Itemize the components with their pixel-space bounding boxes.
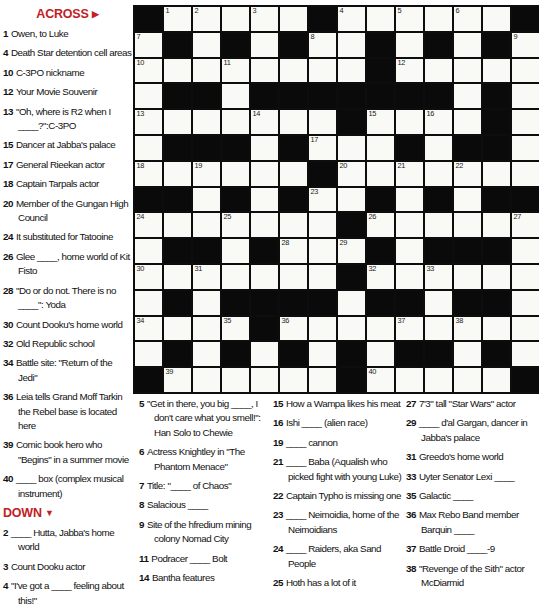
grid-cell[interactable] (309, 59, 336, 83)
grid-cell[interactable]: 8 (309, 33, 336, 57)
grid-cell[interactable] (251, 265, 278, 289)
clue-text: Count Dooku's home world (16, 319, 123, 330)
grid-cell[interactable] (367, 162, 394, 186)
grid-cell[interactable] (454, 59, 481, 83)
clue-text: Salacious ____ (147, 499, 208, 510)
cell-number: 4 (340, 7, 344, 15)
grid-cell-black (454, 291, 481, 315)
clue-text: ____ Hutta, Jabba's home world (11, 527, 114, 552)
grid-cell[interactable]: 24 (135, 213, 162, 237)
clue-28-across: 28"Do or do not. There is no ____": Yoda (3, 284, 132, 313)
grid-cell[interactable]: 9 (512, 33, 539, 57)
clue-17-across: 17General Rieekan actor (3, 158, 132, 172)
grid-cell-black (367, 59, 394, 83)
grid-cell[interactable] (483, 59, 510, 83)
grid-cell[interactable]: 39 (164, 368, 191, 392)
clue-number: 39 (3, 439, 13, 450)
grid-cell[interactable] (367, 7, 394, 31)
clue-text: ____ Baba (Aqualish who picked fight wit… (286, 456, 401, 481)
clue-number: 12 (3, 86, 13, 97)
grid-cell[interactable] (193, 33, 220, 57)
grid-cell[interactable] (280, 368, 307, 392)
grid-cell-black (483, 239, 510, 263)
grid-cell-black (425, 33, 452, 57)
grid-cell[interactable]: 40 (367, 368, 394, 392)
clue-text: "Get in there, you big ____, I don't car… (147, 398, 261, 438)
grid-cell[interactable] (425, 7, 452, 31)
grid-cell[interactable] (251, 213, 278, 237)
grid-cell[interactable] (512, 317, 539, 341)
cell-number: 16 (427, 110, 435, 118)
grid-cell[interactable]: 33 (425, 265, 452, 289)
clue-number: 36 (3, 391, 13, 402)
grid-cell[interactable] (135, 239, 162, 263)
grid-cell[interactable] (512, 59, 539, 83)
clue-7-down: 7Title: "____ of Chaos" (139, 479, 270, 493)
clue-number: 33 (406, 471, 416, 482)
grid-cell[interactable]: 12 (396, 59, 423, 83)
grid-cell[interactable]: 20 (338, 162, 365, 186)
grid-cell[interactable]: 11 (222, 59, 249, 83)
grid-cell[interactable]: 21 (396, 162, 423, 186)
grid-cell[interactable] (309, 239, 336, 263)
grid-cell[interactable] (425, 317, 452, 341)
grid-cell[interactable] (280, 110, 307, 134)
grid-cell[interactable] (396, 188, 423, 212)
clue-number: 4 (3, 47, 8, 58)
clue-number: 8 (139, 499, 144, 510)
clue-text: Title: "____ of Chaos" (147, 480, 231, 491)
clue-text: "Oh, where is R2 when I ____?":C-3PO (16, 106, 111, 131)
grid-cell-black (483, 291, 510, 315)
grid-cell[interactable]: 37 (396, 317, 423, 341)
cell-number: 11 (224, 59, 231, 67)
grid-cell[interactable]: 29 (338, 239, 365, 263)
grid-cell[interactable]: 6 (454, 7, 481, 31)
grid-cell[interactable] (193, 59, 220, 83)
grid-cell[interactable]: 10 (135, 59, 162, 83)
cell-number: 30 (137, 265, 145, 273)
grid-cell[interactable]: 2 (193, 7, 220, 31)
grid-cell[interactable] (512, 84, 539, 108)
grid-cell[interactable] (338, 33, 365, 57)
grid-cell[interactable]: 18 (135, 162, 162, 186)
grid-cell[interactable]: 25 (222, 213, 249, 237)
clue-text: ____ d'al Gargan, dancer in Jabba's pala… (419, 417, 527, 442)
grid-cell[interactable] (338, 59, 365, 83)
clue-6-down: 6Actress Knightley in "The Phantom Menac… (139, 445, 270, 474)
grid-cell[interactable]: 32 (367, 265, 394, 289)
grid-cell[interactable] (251, 188, 278, 212)
grid-cell[interactable] (396, 239, 423, 263)
clue-39-across: 39Comic book hero who "Begins" in a summ… (3, 438, 132, 467)
grid-cell[interactable] (222, 265, 249, 289)
grid-cell-black (164, 239, 191, 263)
grid-cell[interactable]: 34 (135, 317, 162, 341)
grid-cell[interactable] (135, 84, 162, 108)
clue-number: 18 (3, 178, 13, 189)
grid-cell[interactable] (164, 110, 191, 134)
grid-cell[interactable] (396, 110, 423, 134)
clue-text: Glee ____, home world of Kit Fisto (16, 251, 130, 276)
grid-cell[interactable] (425, 136, 452, 160)
grid-cell[interactable]: 38 (454, 317, 481, 341)
grid-cell[interactable] (309, 265, 336, 289)
grid-cell[interactable] (483, 162, 510, 186)
grid-cell[interactable] (454, 188, 481, 212)
clue-number: 11 (139, 553, 148, 564)
grid-cell[interactable] (425, 368, 452, 392)
clue-text: Battle Droid ____-9 (419, 543, 495, 554)
grid-cell[interactable]: 22 (454, 162, 481, 186)
grid-cell[interactable] (222, 162, 249, 186)
cell-number: 19 (195, 162, 203, 170)
clue-text: Your Movie Souvenir (16, 86, 98, 97)
grid-cell-black (454, 136, 481, 160)
cell-number: 10 (137, 59, 145, 67)
grid-cell[interactable] (338, 136, 365, 160)
grid-cell[interactable] (135, 342, 162, 366)
clue-32-across: 32Old Republic school (3, 337, 132, 351)
grid-cell[interactable] (512, 162, 539, 186)
clue-27-down: 277'3" tall "Star Wars" actor (406, 397, 538, 411)
grid-cell[interactable] (425, 213, 452, 237)
grid-cell[interactable] (280, 265, 307, 289)
down-clue-column-2: 5"Get in there, you big ____, I don't ca… (139, 397, 270, 590)
grid-cell[interactable] (512, 110, 539, 134)
grid-cell[interactable] (367, 317, 394, 341)
grid-cell[interactable] (135, 136, 162, 160)
grid-cell[interactable] (483, 7, 510, 31)
grid-cell[interactable] (280, 213, 307, 237)
grid-cell[interactable] (454, 213, 481, 237)
grid-cell-black (512, 368, 539, 392)
grid-cell[interactable]: 17 (309, 136, 336, 160)
clue-text: Death Star detention cell areas (11, 47, 132, 58)
grid-cell[interactable] (193, 291, 220, 315)
clue-number: 5 (139, 398, 144, 409)
clue-number: 36 (406, 509, 416, 520)
cell-number: 26 (369, 213, 377, 221)
grid-cell[interactable]: 15 (367, 110, 394, 134)
grid-cell[interactable] (396, 213, 423, 237)
grid-cell-black (367, 84, 394, 108)
grid-cell[interactable] (512, 239, 539, 263)
grid-cell[interactable]: 36 (280, 317, 307, 341)
clue-30-across: 30Count Dooku's home world (3, 318, 132, 332)
grid-cell[interactable] (164, 213, 191, 237)
grid-cell[interactable]: 3 (251, 7, 278, 31)
grid-cell[interactable] (396, 368, 423, 392)
grid-cell[interactable] (193, 368, 220, 392)
clue-9-down: 9Site of the hfredium mining colony Noma… (139, 518, 270, 547)
clue-number: 1 (3, 28, 8, 39)
cell-number: 31 (195, 265, 203, 273)
grid-cell[interactable]: 31 (193, 265, 220, 289)
grid-cell-black (222, 136, 249, 160)
clue-text: Podracer ____ Bolt (151, 553, 227, 564)
clue-number: 34 (3, 357, 13, 368)
grid-cell-black (367, 291, 394, 315)
grid-cell-black (193, 239, 220, 263)
grid-cell-black (135, 7, 162, 31)
cell-number: 35 (224, 317, 232, 325)
grid-cell[interactable] (367, 342, 394, 366)
grid-cell-black (483, 110, 510, 134)
clue-text: Leia tells Grand Moff Tarkin the Rebel b… (16, 391, 122, 431)
grid-cell[interactable] (193, 110, 220, 134)
clue-11-down: 11Podracer ____ Bolt (139, 552, 270, 566)
grid-cell[interactable]: 4 (338, 7, 365, 31)
down-header: DOWN ▼ (3, 506, 132, 520)
clue-number: 24 (3, 231, 13, 242)
clue-text: Member of the Gungan High Council (16, 198, 128, 223)
grid-cell-black (251, 317, 278, 341)
grid-cell[interactable] (512, 291, 539, 315)
grid-cell[interactable] (425, 59, 452, 83)
grid-cell-black (338, 368, 365, 392)
grid-cell[interactable] (251, 368, 278, 392)
clue-26-across: 26Glee ____, home world of Kit Fisto (3, 250, 132, 279)
grid-cell-black (222, 291, 249, 315)
grid-cell-black (512, 188, 539, 212)
grid-cell[interactable]: 16 (425, 110, 452, 134)
grid-cell[interactable] (280, 7, 307, 31)
grid-cell-black (367, 188, 394, 212)
grid-cell[interactable] (193, 213, 220, 237)
crossword-page: ACROSS ▶ 1Owen, to Luke4Death Star deten… (0, 0, 539, 606)
clue-text: 7'3" tall "Star Wars" actor (419, 398, 516, 409)
grid-cell[interactable] (193, 342, 220, 366)
grid-cell[interactable] (309, 342, 336, 366)
grid-cell[interactable] (164, 317, 191, 341)
clue-5-down: 5"Get in there, you big ____, I don't ca… (139, 397, 270, 440)
clue-12-across: 12Your Movie Souvenir (3, 85, 132, 99)
grid-cell[interactable] (483, 317, 510, 341)
clue-15-down: 15How a Wampa likes his meat (273, 397, 402, 411)
grid-cell[interactable] (512, 342, 539, 366)
grid-cell[interactable]: 1 (164, 7, 191, 31)
grid-cell-black (338, 84, 365, 108)
grid-cell[interactable]: 35 (222, 317, 249, 341)
grid-cell[interactable] (454, 342, 481, 366)
cell-number: 1 (166, 7, 170, 15)
clue-number: 29 (406, 417, 416, 428)
grid-cell[interactable] (483, 368, 510, 392)
grid-cell[interactable] (135, 291, 162, 315)
clue-3-down: 3Count Dooku actor (3, 560, 132, 574)
across-header: ACROSS ▶ (3, 7, 132, 21)
grid-cell[interactable] (251, 136, 278, 160)
grid-cell[interactable] (338, 188, 365, 212)
grid-cell-black (164, 84, 191, 108)
cell-number: 37 (398, 317, 406, 325)
clue-text: It substituted for Tatooine (16, 231, 113, 242)
grid-cell-black (425, 188, 452, 212)
grid-cell-black (164, 188, 191, 212)
grid-cell-black (222, 188, 249, 212)
grid-cell[interactable] (222, 368, 249, 392)
clue-38-down: 38"Revenge of the Sith" actor McDiarmid (406, 562, 538, 591)
cell-number: 8 (311, 33, 315, 41)
clue-21-down: 21____ Baba (Aqualish who picked fight w… (273, 455, 402, 484)
clue-36-down: 36Max Rebo Band member Barquin ____ (406, 508, 538, 537)
clue-number: 23 (273, 509, 283, 520)
grid-cell-black (164, 136, 191, 160)
clue-31-down: 31Greedo's home world (406, 450, 538, 464)
clue-24-down: 24____ Raiders, aka Sand People (273, 542, 402, 571)
clue-text: Site of the hfredium mining colony Nomad… (147, 519, 251, 544)
grid-cell[interactable] (425, 162, 452, 186)
cell-number: 12 (398, 59, 406, 67)
clue-number: 10 (3, 67, 13, 78)
grid-cell[interactable] (483, 213, 510, 237)
clue-text: Old Republic school (16, 338, 95, 349)
clue-number: 26 (3, 251, 13, 262)
clue-4-across: 4Death Star detention cell areas (3, 46, 132, 60)
grid-cell[interactable] (338, 317, 365, 341)
clue-22-down: 22Captain Typho is missing one (273, 489, 402, 503)
grid-cell[interactable] (251, 162, 278, 186)
grid-cell[interactable]: 23 (309, 188, 336, 212)
grid-cell[interactable] (251, 342, 278, 366)
grid-cell-black (338, 213, 365, 237)
grid-cell[interactable]: 14 (251, 110, 278, 134)
grid-cell-black (425, 84, 452, 108)
clue-text: ____ cannon (286, 437, 338, 448)
clue-text: ____ Raiders, aka Sand People (286, 543, 381, 568)
grid-cell[interactable] (309, 317, 336, 341)
grid-cell[interactable] (222, 110, 249, 134)
grid-cell-black (251, 291, 278, 315)
clue-33-down: 33Uyter Senator Lexi ____ (406, 470, 538, 484)
grid-cell[interactable] (396, 33, 423, 57)
grid-cell[interactable] (309, 110, 336, 134)
grid-cell[interactable] (454, 110, 481, 134)
grid-cell[interactable] (309, 213, 336, 237)
clue-number: 25 (273, 577, 283, 588)
grid-cell[interactable] (251, 59, 278, 83)
cell-number: 20 (340, 162, 348, 170)
grid-cell-black (193, 136, 220, 160)
clue-number: 40 (3, 473, 13, 484)
grid-cell[interactable] (454, 33, 481, 57)
grid-cell-black (309, 291, 336, 315)
clue-number: 24 (273, 543, 283, 554)
grid-cell[interactable] (338, 291, 365, 315)
grid-cell[interactable] (251, 33, 278, 57)
grid-cell[interactable] (164, 59, 191, 83)
cell-number: 15 (369, 110, 377, 118)
clue-text: "I've got a ____ feeling about this!" (11, 580, 124, 605)
grid-cell-black (483, 136, 510, 160)
grid-cell[interactable] (454, 265, 481, 289)
clue-1-across: 1Owen, to Luke (3, 27, 132, 41)
down-clue-list-left: 2____ Hutta, Jabba's home world3Count Do… (3, 526, 132, 606)
cell-number: 21 (398, 162, 406, 170)
crossword-grid: 1234567891011121314151617181920212223242… (133, 5, 539, 394)
clue-number: 14 (139, 572, 149, 583)
grid-cell[interactable]: 19 (193, 162, 220, 186)
clue-number: 21 (273, 456, 283, 467)
clue-text: How a Wampa likes his meat (286, 398, 400, 409)
grid-cell[interactable] (280, 59, 307, 83)
clue-text: General Rieekan actor (16, 159, 105, 170)
clue-8-down: 8Salacious ____ (139, 498, 270, 512)
clue-number: 30 (3, 319, 13, 330)
grid-cell[interactable] (222, 239, 249, 263)
grid-cell[interactable] (425, 291, 452, 315)
cell-number: 14 (253, 110, 261, 118)
grid-cell-black (483, 33, 510, 57)
grid-cell[interactable] (164, 265, 191, 289)
grid-cell[interactable] (193, 317, 220, 341)
grid-cell-black (280, 291, 307, 315)
clue-number: 22 (273, 490, 283, 501)
grid-cell-black (367, 33, 394, 57)
grid-cell-black (396, 136, 423, 160)
grid-cell[interactable] (454, 368, 481, 392)
grid-cell-black (396, 84, 423, 108)
cell-number: 22 (456, 162, 464, 170)
clue-2-down: 2____ Hutta, Jabba's home world (3, 526, 132, 555)
clue-number: 6 (139, 446, 144, 457)
arrow-down-icon: ▼ (45, 508, 54, 518)
clue-36-across: 36Leia tells Grand Moff Tarkin the Rebel… (3, 390, 132, 433)
grid-cell[interactable] (222, 84, 249, 108)
grid-cell[interactable] (367, 136, 394, 160)
grid-cell[interactable]: 13 (135, 110, 162, 134)
grid-cell[interactable] (222, 7, 249, 31)
grid-cell[interactable]: 30 (135, 265, 162, 289)
grid-cell[interactable] (512, 265, 539, 289)
grid-cell[interactable]: 27 (512, 213, 539, 237)
grid-cell[interactable] (512, 136, 539, 160)
clue-text: Captain Typho is missing one (286, 490, 401, 501)
cell-number: 7 (137, 33, 141, 41)
cell-number: 39 (166, 368, 174, 376)
grid-cell[interactable] (396, 265, 423, 289)
clue-number: 13 (3, 106, 13, 117)
clue-15-across: 15Dancer at Jabba's palace (3, 138, 132, 152)
grid-cell[interactable] (309, 368, 336, 392)
grid-cell[interactable]: 5 (396, 7, 423, 31)
grid-cell[interactable]: 26 (367, 213, 394, 237)
clue-25-down: 25Hoth has a lot of it (273, 576, 402, 590)
across-header-label: ACROSS (36, 7, 88, 21)
clue-number: 9 (139, 519, 144, 530)
grid-cell[interactable] (454, 84, 481, 108)
cell-number: 40 (369, 368, 377, 376)
clue-text: Greedo's home world (419, 451, 503, 462)
grid-cell[interactable] (193, 188, 220, 212)
arrow-right-icon: ▶ (92, 9, 99, 19)
cell-number: 29 (340, 239, 348, 247)
clue-number: 2 (3, 527, 8, 538)
grid-cell[interactable] (483, 265, 510, 289)
grid-cell-black (164, 342, 191, 366)
clue-29-down: 29____ d'al Gargan, dancer in Jabba's pa… (406, 416, 538, 445)
clue-14-down: 14Bantha features (139, 571, 270, 585)
grid-cell[interactable] (280, 162, 307, 186)
cell-number: 24 (137, 213, 145, 221)
cell-number: 5 (398, 7, 402, 15)
grid-cell[interactable]: 28 (280, 239, 307, 263)
grid-cell[interactable] (164, 162, 191, 186)
clue-number: 16 (273, 417, 283, 428)
clue-20-across: 20Member of the Gungan High Council (3, 197, 132, 226)
grid-cell[interactable]: 7 (135, 33, 162, 57)
